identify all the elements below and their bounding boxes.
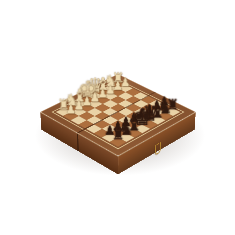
white-rook-piece: ♜: [107, 71, 130, 85]
hinge-seam: [77, 134, 79, 152]
product-photo: ♜♟♟♜♞♟♟♞♝♟♟♝♛♟♟♛♚♟♟♚♝♟♟♝♞♟♟♞♜♟♟♜: [0, 0, 235, 235]
board-square: ♜: [165, 108, 181, 116]
white-queen-piece: ♛: [84, 75, 107, 96]
